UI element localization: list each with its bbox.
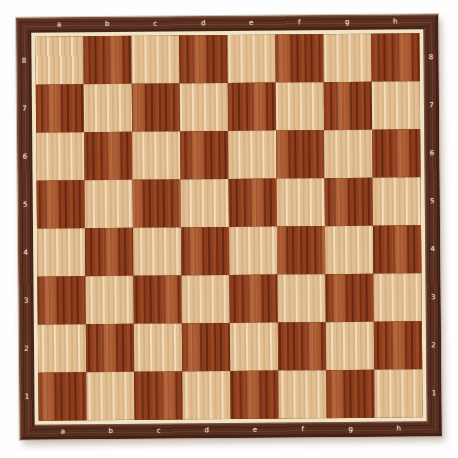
square-a5[interactable]: [37, 180, 85, 228]
square-f1[interactable]: [278, 370, 326, 418]
square-h7[interactable]: [372, 81, 420, 129]
square-a6[interactable]: [36, 132, 84, 180]
square-b1[interactable]: [86, 372, 134, 420]
square-e6[interactable]: [228, 131, 276, 179]
square-h1[interactable]: [374, 369, 422, 417]
file-label: h: [375, 421, 423, 436]
square-g4[interactable]: [325, 226, 373, 274]
square-g3[interactable]: [325, 274, 373, 322]
file-label: b: [87, 424, 135, 439]
file-label: f: [279, 422, 327, 437]
square-d7[interactable]: [180, 83, 228, 131]
rank-labels-right: 87654321: [423, 33, 441, 417]
square-g5[interactable]: [325, 178, 373, 226]
square-d8[interactable]: [179, 35, 227, 83]
square-d3[interactable]: [181, 275, 229, 323]
square-a3[interactable]: [37, 276, 85, 324]
rank-label: 3: [425, 273, 440, 321]
square-c6[interactable]: [132, 131, 180, 179]
file-label: c: [135, 423, 183, 438]
square-f6[interactable]: [276, 130, 324, 178]
square-c3[interactable]: [133, 275, 181, 323]
file-label: c: [131, 16, 179, 31]
square-e8[interactable]: [227, 35, 275, 83]
rank-label: 4: [425, 225, 440, 273]
square-d6[interactable]: [180, 131, 228, 179]
square-a4[interactable]: [37, 228, 85, 276]
square-f2[interactable]: [278, 322, 326, 370]
file-label: d: [179, 16, 227, 31]
file-label: a: [35, 17, 83, 32]
square-a7[interactable]: [36, 84, 84, 132]
rank-label: 1: [19, 373, 34, 421]
square-d4[interactable]: [181, 227, 229, 275]
file-label: e: [231, 423, 279, 438]
square-f8[interactable]: [275, 34, 323, 82]
square-f5[interactable]: [277, 178, 325, 226]
square-d1[interactable]: [182, 371, 230, 419]
square-a8[interactable]: [35, 36, 83, 84]
file-label: g: [327, 422, 375, 437]
file-labels-bottom: abcdefgh: [39, 421, 423, 439]
square-e1[interactable]: [230, 371, 278, 419]
square-c4[interactable]: [133, 227, 181, 275]
square-b8[interactable]: [83, 36, 131, 84]
square-e5[interactable]: [229, 179, 277, 227]
square-h2[interactable]: [374, 321, 422, 369]
square-h6[interactable]: [372, 129, 420, 177]
square-b2[interactable]: [86, 324, 134, 372]
page-background: abcdefgh abcdefgh 87654321 87654321: [0, 0, 458, 458]
rank-label: 6: [17, 133, 32, 181]
square-g8[interactable]: [323, 34, 371, 82]
file-label: d: [183, 423, 231, 438]
square-b4[interactable]: [85, 228, 133, 276]
square-e7[interactable]: [228, 83, 276, 131]
square-h4[interactable]: [373, 225, 421, 273]
file-label: e: [227, 16, 275, 31]
file-label: a: [39, 424, 87, 439]
rank-label: 8: [16, 37, 31, 85]
rank-label: 2: [426, 321, 441, 369]
square-c7[interactable]: [132, 83, 180, 131]
square-g1[interactable]: [326, 370, 374, 418]
square-g6[interactable]: [324, 130, 372, 178]
square-e3[interactable]: [229, 275, 277, 323]
rank-label: 1: [426, 369, 441, 417]
rank-label: 2: [19, 325, 34, 373]
rank-label: 7: [424, 81, 439, 129]
rank-label: 6: [424, 129, 439, 177]
square-c2[interactable]: [134, 323, 182, 371]
square-h8[interactable]: [371, 33, 419, 81]
file-label: h: [371, 14, 419, 29]
square-f7[interactable]: [276, 82, 324, 130]
rank-label: 5: [425, 177, 440, 225]
square-b5[interactable]: [85, 180, 133, 228]
square-c5[interactable]: [133, 179, 181, 227]
square-b7[interactable]: [84, 84, 132, 132]
square-c8[interactable]: [131, 35, 179, 83]
rank-label: 5: [18, 181, 33, 229]
board-squares: [31, 29, 426, 424]
square-h5[interactable]: [373, 177, 421, 225]
rank-label: 3: [18, 277, 33, 325]
square-g7[interactable]: [324, 82, 372, 130]
rank-label: 8: [423, 33, 438, 81]
file-label: b: [83, 17, 131, 32]
square-d5[interactable]: [181, 179, 229, 227]
square-f4[interactable]: [277, 226, 325, 274]
square-c1[interactable]: [134, 371, 182, 419]
square-h3[interactable]: [373, 273, 421, 321]
chess-board: abcdefgh abcdefgh 87654321 87654321: [16, 14, 442, 440]
square-a1[interactable]: [38, 372, 86, 420]
square-e4[interactable]: [229, 227, 277, 275]
square-d2[interactable]: [182, 323, 230, 371]
square-g2[interactable]: [326, 322, 374, 370]
square-b3[interactable]: [85, 276, 133, 324]
square-b6[interactable]: [84, 132, 132, 180]
file-label: g: [323, 15, 371, 30]
rank-label: 7: [17, 85, 32, 133]
square-f3[interactable]: [277, 274, 325, 322]
square-a2[interactable]: [38, 324, 86, 372]
file-label: f: [275, 15, 323, 30]
rank-label: 4: [18, 229, 33, 277]
square-e2[interactable]: [230, 323, 278, 371]
